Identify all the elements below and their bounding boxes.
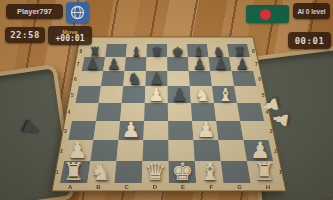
board-square[interactable] (101, 71, 125, 86)
board-square[interactable] (234, 86, 260, 103)
piece-white-king[interactable]: ♚ (172, 160, 194, 184)
rank-label: 1 (56, 169, 59, 175)
move-timer: Move +00:01 (48, 26, 92, 45)
ai-level-label: AI 0 level (297, 8, 325, 15)
board-square[interactable] (76, 86, 101, 103)
rank-label: 3 (64, 128, 67, 134)
rank-label: 8 (79, 48, 82, 54)
piece-black-pawn[interactable]: ♟ (214, 57, 227, 72)
rank-label: 7 (77, 61, 80, 67)
piece-black-pawn[interactable]: ♟ (193, 57, 206, 72)
piece-black-pawn[interactable]: ♟ (107, 57, 120, 72)
board-square[interactable] (99, 86, 124, 103)
board-square[interactable] (168, 121, 193, 140)
board-square[interactable] (144, 103, 168, 121)
player-clock: 22:58 (5, 27, 45, 43)
board-square[interactable] (221, 161, 251, 183)
piece-white-queen[interactable]: ♛ (145, 160, 167, 184)
rank-label: 8 (252, 48, 255, 54)
board-square[interactable] (232, 71, 257, 86)
board-square[interactable] (116, 140, 143, 161)
piece-black-queen[interactable]: ♛ (151, 45, 163, 58)
file-label: C (124, 184, 129, 190)
piece-black-bishop[interactable]: ♝ (130, 45, 142, 58)
chess-app-screen: ABCDEFGH8877665544332211 Player797 22:58… (0, 0, 333, 200)
rank-label: 3 (270, 128, 273, 134)
ai-level-badge: AI 0 level (293, 3, 330, 19)
globe-button[interactable] (66, 2, 89, 23)
globe-icon (70, 5, 85, 20)
piece-black-knight[interactable]: ♞ (127, 71, 142, 87)
move-clock-value: +00:01 (56, 35, 85, 43)
player-clock-value: 22:58 (10, 30, 40, 40)
bangladesh-flag-circle (260, 9, 271, 20)
board-square[interactable] (122, 86, 146, 103)
rank-label: 5 (262, 92, 265, 98)
opponent-clock-value: 00:01 (295, 36, 325, 46)
piece-white-bishop[interactable]: ♝ (218, 86, 234, 104)
rank-label: 5 (71, 92, 74, 98)
rank-label: 2 (60, 148, 63, 154)
board-square[interactable] (115, 161, 143, 183)
board-square[interactable] (79, 71, 103, 86)
piece-black-pawn[interactable]: ♟ (86, 57, 99, 72)
piece-white-pawn[interactable]: ♟ (121, 120, 140, 141)
piece-white-bishop[interactable]: ♝ (199, 160, 221, 184)
opponent-flag (246, 5, 289, 23)
opponent-clock: 00:01 (288, 32, 331, 49)
player-name-label: Player797 (17, 7, 52, 16)
piece-white-knight[interactable]: ♞ (90, 160, 112, 184)
rank-label: 4 (68, 109, 71, 115)
piece-white-rook[interactable]: ♜ (63, 160, 85, 184)
piece-black-pawn[interactable]: ♟ (236, 57, 249, 72)
rank-label: 6 (74, 76, 77, 82)
board-square[interactable] (168, 103, 192, 121)
rank-label: 2 (274, 148, 277, 154)
piece-black-pawn[interactable]: ♟ (171, 86, 187, 104)
board-square[interactable] (143, 121, 168, 140)
board-square[interactable] (93, 121, 120, 140)
board-square[interactable] (216, 121, 243, 140)
piece-white-knight[interactable]: ♞ (194, 86, 210, 104)
piece-white-pawn[interactable]: ♟ (196, 120, 215, 141)
board-square[interactable] (218, 140, 247, 161)
board-square[interactable] (167, 57, 189, 71)
rank-label: 7 (255, 61, 258, 67)
rank-label: 6 (258, 76, 261, 82)
board-square[interactable] (96, 103, 122, 121)
rank-label: 1 (279, 169, 282, 175)
board-square[interactable] (72, 103, 99, 121)
player-name: Player797 (6, 4, 63, 19)
file-label: G (237, 184, 242, 190)
piece-white-rook[interactable]: ♜ (254, 160, 276, 184)
captured-white-piece: ♟ (270, 109, 292, 129)
piece-white-pawn[interactable]: ♟ (148, 86, 164, 104)
piece-black-king[interactable]: ♚ (172, 45, 184, 58)
board-square[interactable] (214, 103, 240, 121)
